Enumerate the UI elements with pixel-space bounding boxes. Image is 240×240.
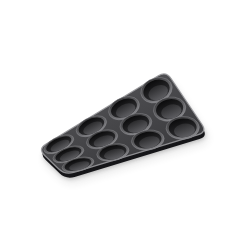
muffin-pan-image bbox=[0, 0, 240, 240]
product-photo bbox=[0, 0, 240, 240]
